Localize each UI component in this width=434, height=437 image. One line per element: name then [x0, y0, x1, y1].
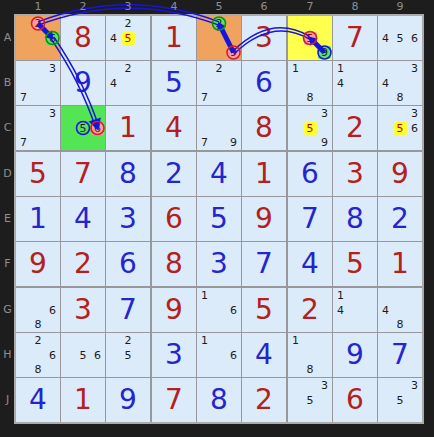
- candidate-5: 5: [122, 349, 135, 362]
- cell-H8[interactable]: 9: [333, 333, 377, 377]
- cell-G2[interactable]: 3: [61, 288, 105, 332]
- row-label-C: C: [1, 106, 14, 150]
- candidate-5: 5: [122, 32, 135, 45]
- solved-digit: 3: [106, 197, 150, 241]
- candidate-6: 6: [46, 349, 59, 362]
- cell-E9[interactable]: 2: [378, 197, 422, 241]
- row-label-G: G: [1, 288, 14, 332]
- candidate-2: 2: [122, 62, 135, 75]
- cell-E8[interactable]: 8: [333, 197, 377, 241]
- candidate-6: 6: [408, 32, 421, 45]
- solved-digit: 5: [197, 197, 241, 241]
- cell-J9[interactable]: 35: [378, 378, 422, 422]
- candidate-8: 8: [394, 318, 407, 331]
- given-digit: 8: [61, 16, 105, 60]
- candidate-4: 4: [379, 304, 392, 317]
- cell-E6[interactable]: 9: [242, 197, 286, 241]
- given-digit: 8: [152, 242, 196, 286]
- row-label-J: J: [1, 378, 14, 422]
- candidate-1: 1: [289, 334, 302, 347]
- cell-A1[interactable]: 26: [16, 16, 60, 60]
- cell-E4[interactable]: 6: [152, 197, 196, 241]
- candidate-9: 9: [318, 46, 331, 59]
- cell-A3[interactable]: 245: [106, 16, 150, 60]
- candidate-3: 3: [318, 107, 331, 120]
- solved-digit: 7: [242, 242, 286, 286]
- candidate-6: 6: [91, 122, 104, 135]
- candidate-5: 5: [77, 122, 90, 135]
- given-digit: 1: [106, 106, 150, 150]
- cell-C1[interactable]: 37: [16, 106, 60, 150]
- cell-G7[interactable]: 2: [288, 288, 332, 332]
- cell-C7[interactable]: 359: [288, 106, 332, 150]
- candidate-5: 5: [394, 394, 407, 407]
- cell-G1[interactable]: 68: [16, 288, 60, 332]
- column-label-9: 9: [378, 1, 422, 14]
- candidate-2: 2: [122, 17, 135, 30]
- candidate-5: 5: [394, 32, 407, 45]
- row-label-B: B: [1, 61, 14, 105]
- cell-G9[interactable]: 48: [378, 288, 422, 332]
- candidate-3: 3: [408, 62, 421, 75]
- candidate-6: 6: [408, 122, 421, 135]
- cell-C4[interactable]: 4: [152, 106, 196, 150]
- given-digit: 2: [242, 378, 286, 422]
- candidate-9: 9: [227, 136, 240, 149]
- cell-J1[interactable]: 4: [16, 378, 60, 422]
- candidate-4: 4: [334, 77, 347, 90]
- given-digit: 1: [378, 242, 422, 286]
- column-label-7: 7: [288, 1, 332, 14]
- column-label-3: 3: [106, 1, 150, 14]
- candidate-4: 4: [107, 77, 120, 90]
- candidate-1: 1: [198, 289, 211, 302]
- given-digit: 1: [242, 152, 286, 196]
- cell-A6[interactable]: 3: [242, 16, 286, 60]
- candidate-6: 6: [91, 349, 104, 362]
- candidate-8: 8: [304, 91, 317, 104]
- cell-F9[interactable]: 1: [378, 242, 422, 286]
- candidate-8: 8: [32, 363, 45, 376]
- solved-digit: 6: [288, 152, 332, 196]
- candidate-3: 3: [46, 107, 59, 120]
- given-digit: 7: [152, 378, 196, 422]
- cell-A9[interactable]: 456: [378, 16, 422, 60]
- cell-A2[interactable]: 8: [61, 16, 105, 60]
- given-digit: 1: [152, 16, 196, 60]
- cell-E2[interactable]: 4: [61, 197, 105, 241]
- given-digit: 7: [61, 152, 105, 196]
- candidate-6: 6: [46, 304, 59, 317]
- cell-B2[interactable]: 9: [61, 61, 105, 105]
- cell-B1[interactable]: 37: [16, 61, 60, 105]
- candidate-7: 7: [198, 91, 211, 104]
- candidate-3: 3: [46, 62, 59, 75]
- cell-D2[interactable]: 7: [61, 152, 105, 196]
- row-label-H: H: [1, 333, 14, 377]
- given-digit: 2: [333, 106, 377, 150]
- candidate-2: 2: [213, 17, 226, 30]
- cell-E1[interactable]: 1: [16, 197, 60, 241]
- candidate-4: 4: [107, 32, 120, 45]
- given-digit: 3: [61, 288, 105, 332]
- solved-digit: 1: [16, 197, 60, 241]
- solved-digit: 4: [288, 242, 332, 286]
- solved-digit: 4: [242, 333, 286, 377]
- given-digit: 6: [333, 378, 377, 422]
- cell-J5[interactable]: 8: [197, 378, 241, 422]
- cell-C6[interactable]: 8: [242, 106, 286, 150]
- column-label-4: 4: [152, 1, 196, 14]
- given-digit: 7: [333, 16, 377, 60]
- solved-digit: 7: [288, 197, 332, 241]
- cell-G8[interactable]: 14: [333, 288, 377, 332]
- cell-D3[interactable]: 8: [106, 152, 150, 196]
- cell-H7[interactable]: 18: [288, 333, 332, 377]
- candidate-4: 4: [334, 304, 347, 317]
- candidate-6: 6: [227, 349, 240, 362]
- candidate-7: 7: [198, 136, 211, 149]
- column-label-2: 2: [61, 1, 105, 14]
- cell-J8[interactable]: 6: [333, 378, 377, 422]
- given-digit: 3: [333, 152, 377, 196]
- cell-H6[interactable]: 4: [242, 333, 286, 377]
- candidate-6: 6: [46, 32, 59, 45]
- cell-C5[interactable]: 79: [197, 106, 241, 150]
- cell-F7[interactable]: 4: [288, 242, 332, 286]
- solved-digit: 4: [16, 378, 60, 422]
- candidate-8: 8: [304, 363, 317, 376]
- cell-C9[interactable]: 356: [378, 106, 422, 150]
- cell-E5[interactable]: 5: [197, 197, 241, 241]
- candidate-9: 9: [227, 46, 240, 59]
- candidate-6: 6: [227, 304, 240, 317]
- cell-J6[interactable]: 2: [242, 378, 286, 422]
- cell-J7[interactable]: 35: [288, 378, 332, 422]
- cell-A8[interactable]: 7: [333, 16, 377, 60]
- column-label-6: 6: [242, 1, 286, 14]
- given-digit: 1: [61, 378, 105, 422]
- row-label-D: D: [1, 152, 14, 196]
- given-digit: 6: [152, 197, 196, 241]
- candidate-2: 2: [122, 334, 135, 347]
- solved-digit: 4: [197, 152, 241, 196]
- cell-A5[interactable]: 29: [197, 16, 241, 60]
- sudoku-widget: 2682451293597456379245276181434837561479…: [1, 1, 426, 426]
- solved-digit: 4: [61, 197, 105, 241]
- given-digit: 2: [288, 288, 332, 332]
- cell-J4[interactable]: 7: [152, 378, 196, 422]
- cell-D4[interactable]: 2: [152, 152, 196, 196]
- solved-digit: 3: [152, 333, 196, 377]
- cell-G6[interactable]: 5: [242, 288, 286, 332]
- cell-H2[interactable]: 56: [61, 333, 105, 377]
- candidate-5: 5: [304, 394, 317, 407]
- candidate-1: 1: [198, 334, 211, 347]
- candidate-4: 4: [379, 32, 392, 45]
- cell-D9[interactable]: 9: [378, 152, 422, 196]
- cell-J3[interactable]: 9: [106, 378, 150, 422]
- given-digit: 2: [61, 242, 105, 286]
- cell-C3[interactable]: 1: [106, 106, 150, 150]
- candidate-3: 3: [408, 107, 421, 120]
- given-digit: 9: [152, 288, 196, 332]
- candidate-7: 7: [17, 91, 30, 104]
- given-digit: 5: [333, 242, 377, 286]
- solved-digit: 8: [197, 378, 241, 422]
- candidate-9: 9: [318, 136, 331, 149]
- candidate-2: 2: [32, 334, 45, 347]
- cell-B8[interactable]: 14: [333, 61, 377, 105]
- given-digit: 3: [242, 16, 286, 60]
- cell-G4[interactable]: 9: [152, 288, 196, 332]
- given-digit: 5: [242, 288, 286, 332]
- cell-F4[interactable]: 8: [152, 242, 196, 286]
- column-label-8: 8: [333, 1, 377, 14]
- cell-C2[interactable]: 56: [61, 106, 105, 150]
- cell-H5[interactable]: 16: [197, 333, 241, 377]
- cell-F3[interactable]: 6: [106, 242, 150, 286]
- cell-D5[interactable]: 4: [197, 152, 241, 196]
- solved-digit: 5: [152, 61, 196, 105]
- cell-G3[interactable]: 7: [106, 288, 150, 332]
- cell-F8[interactable]: 5: [333, 242, 377, 286]
- candidate-2: 2: [213, 62, 226, 75]
- solved-digit: 6: [242, 61, 286, 105]
- candidate-5: 5: [77, 349, 90, 362]
- solved-digit: 9: [61, 61, 105, 105]
- solved-digit: 9: [106, 378, 150, 422]
- given-digit: 5: [16, 152, 60, 196]
- row-label-E: E: [1, 197, 14, 241]
- candidate-4: 4: [379, 77, 392, 90]
- cell-H1[interactable]: 268: [16, 333, 60, 377]
- cell-B5[interactable]: 27: [197, 61, 241, 105]
- candidate-8: 8: [394, 91, 407, 104]
- column-label-5: 5: [197, 1, 241, 14]
- cell-E3[interactable]: 3: [106, 197, 150, 241]
- given-digit: 8: [242, 106, 286, 150]
- cell-H3[interactable]: 25: [106, 333, 150, 377]
- cell-F2[interactable]: 2: [61, 242, 105, 286]
- cell-J2[interactable]: 1: [61, 378, 105, 422]
- solved-digit: 8: [106, 152, 150, 196]
- candidate-7: 7: [17, 136, 30, 149]
- candidate-1: 1: [289, 62, 302, 75]
- candidate-8: 8: [32, 318, 45, 331]
- cell-F5[interactable]: 3: [197, 242, 241, 286]
- solved-digit: 9: [333, 333, 377, 377]
- column-label-1: 1: [16, 1, 60, 14]
- candidate-3: 3: [408, 379, 421, 392]
- cell-B9[interactable]: 348: [378, 61, 422, 105]
- row-label-F: F: [1, 242, 14, 286]
- cell-D6[interactable]: 1: [242, 152, 286, 196]
- solved-digit: 2: [152, 152, 196, 196]
- candidate-5: 5: [304, 122, 317, 135]
- candidate-3: 3: [318, 379, 331, 392]
- candidate-5: 5: [394, 122, 407, 135]
- candidate-1: 1: [334, 62, 347, 75]
- solved-digit: 6: [106, 242, 150, 286]
- cell-B6[interactable]: 6: [242, 61, 286, 105]
- cell-B4[interactable]: 5: [152, 61, 196, 105]
- cell-B7[interactable]: 18: [288, 61, 332, 105]
- cell-D8[interactable]: 3: [333, 152, 377, 196]
- given-digit: 9: [378, 152, 422, 196]
- solved-digit: 7: [378, 333, 422, 377]
- cell-D7[interactable]: 6: [288, 152, 332, 196]
- given-digit: 4: [152, 106, 196, 150]
- solved-digit: 8: [333, 197, 377, 241]
- given-digit: 9: [16, 242, 60, 286]
- cell-H4[interactable]: 3: [152, 333, 196, 377]
- given-digit: 9: [242, 197, 286, 241]
- cell-F6[interactable]: 7: [242, 242, 286, 286]
- cell-C8[interactable]: 2: [333, 106, 377, 150]
- cell-F1[interactable]: 9: [16, 242, 60, 286]
- solved-digit: 7: [106, 288, 150, 332]
- cell-E7[interactable]: 7: [288, 197, 332, 241]
- solved-digit: 3: [197, 242, 241, 286]
- candidate-1: 1: [334, 289, 347, 302]
- candidate-5: 5: [304, 32, 317, 45]
- cell-B3[interactable]: 24: [106, 61, 150, 105]
- candidate-2: 2: [32, 17, 45, 30]
- cell-G5[interactable]: 16: [197, 288, 241, 332]
- solved-digit: 2: [378, 197, 422, 241]
- cell-A4[interactable]: 1: [152, 16, 196, 60]
- row-label-A: A: [1, 16, 14, 60]
- cell-H9[interactable]: 7: [378, 333, 422, 377]
- cell-D1[interactable]: 5: [16, 152, 60, 196]
- cell-A7[interactable]: 59: [288, 16, 332, 60]
